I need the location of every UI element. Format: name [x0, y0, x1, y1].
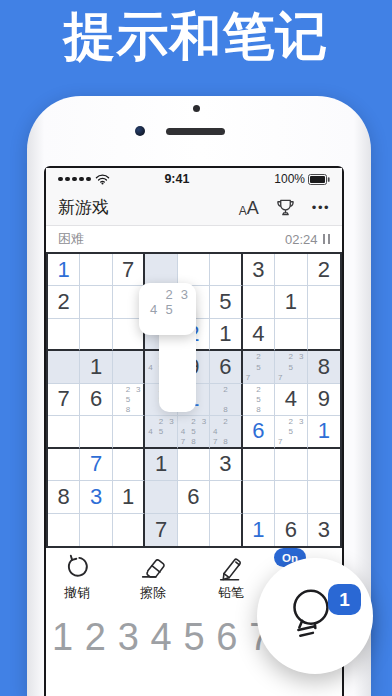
timer: 02:24	[285, 232, 318, 247]
cell-r8c3[interactable]: 1	[113, 481, 145, 513]
cell-r4c6[interactable]: 6	[210, 351, 242, 383]
undo-button[interactable]: 撤销	[46, 554, 108, 602]
battery-percent: 100%	[274, 172, 305, 186]
cell-r1c5[interactable]	[178, 254, 210, 286]
cell-r3c7[interactable]: 4	[243, 319, 275, 351]
pencil-notes: 2357	[275, 351, 306, 382]
cell-r8c5[interactable]: 6	[178, 481, 210, 513]
erase-button[interactable]: 擦除	[122, 554, 184, 602]
pause-icon[interactable]	[323, 234, 331, 244]
cell-r6c5[interactable]: 234578	[178, 416, 210, 448]
numpad-4[interactable]: 4	[145, 616, 178, 659]
cell-r8c6[interactable]	[210, 481, 242, 513]
cell-r6c3[interactable]	[113, 416, 145, 448]
cell-r9c1[interactable]	[48, 514, 80, 546]
cell-r9c9[interactable]: 3	[308, 514, 340, 546]
cell-r7c8[interactable]	[275, 449, 307, 481]
cell-r8c4[interactable]	[145, 481, 177, 513]
status-bar: 9:41 100%	[46, 168, 342, 190]
cell-r5c9[interactable]: 9	[308, 384, 340, 416]
hint-button[interactable]: 1	[257, 558, 373, 674]
cell-r6c2[interactable]	[80, 416, 112, 448]
cell-r2c6[interactable]: 5	[210, 286, 242, 318]
cell-r5c1[interactable]: 7	[48, 384, 80, 416]
cell-r4c9[interactable]: 8	[308, 351, 340, 383]
eraser-icon	[138, 554, 168, 581]
cell-r9c8[interactable]: 6	[275, 514, 307, 546]
difficulty-label: 困难	[58, 230, 84, 248]
numpad-5[interactable]: 5	[178, 616, 211, 659]
pencil-notes: 2358	[113, 384, 143, 415]
pencil-notes: 257	[243, 351, 274, 382]
cell-r2c8[interactable]: 1	[275, 286, 307, 318]
cell-r4c3[interactable]	[113, 351, 145, 383]
cell-r9c5[interactable]	[178, 514, 210, 546]
battery-icon	[308, 174, 330, 185]
cell-r6c9[interactable]: 1	[308, 416, 340, 448]
status-time: 9:41	[80, 172, 275, 186]
more-icon[interactable]: •••	[312, 200, 330, 215]
pencil-notes: 2357	[275, 416, 306, 446]
cell-r8c2[interactable]: 3	[80, 481, 112, 513]
cell-r1c4[interactable]	[145, 254, 177, 286]
numpad-2[interactable]: 2	[79, 616, 112, 659]
cell-r6c4[interactable]: 2345	[145, 416, 177, 448]
cell-r9c7[interactable]: 1	[243, 514, 275, 546]
cell-r7c7[interactable]	[243, 449, 275, 481]
cell-r5c6[interactable]: 28	[210, 384, 242, 416]
cell-r1c3[interactable]: 7	[113, 254, 145, 286]
cell-r9c4[interactable]: 7	[145, 514, 177, 546]
cell-r5c2[interactable]: 6	[80, 384, 112, 416]
cell-r3c6[interactable]: 1	[210, 319, 242, 351]
trophy-icon[interactable]	[274, 197, 297, 218]
cell-r4c2[interactable]: 1	[80, 351, 112, 383]
cell-r7c2[interactable]: 7	[80, 449, 112, 481]
front-camera	[135, 126, 145, 136]
cell-r1c9[interactable]: 2	[308, 254, 340, 286]
cell-r3c8[interactable]	[275, 319, 307, 351]
cell-r9c3[interactable]	[113, 514, 145, 546]
cell-r6c6[interactable]: 2478	[210, 416, 242, 448]
app-store-screenshot: 提示和笔记 9:41 100%	[0, 0, 392, 696]
cell-r6c1[interactable]	[48, 416, 80, 448]
pencil-notes: 2478	[210, 416, 240, 446]
cell-r7c1[interactable]	[48, 449, 80, 481]
font-size-icon[interactable]: AA	[239, 199, 259, 217]
cell-r7c4[interactable]: 1	[145, 449, 177, 481]
hint-count-badge: 1	[328, 584, 361, 615]
cell-r7c3[interactable]	[113, 449, 145, 481]
undo-icon	[64, 554, 91, 581]
cell-r9c6[interactable]	[210, 514, 242, 546]
erase-label: 擦除	[140, 584, 166, 602]
cell-r8c7[interactable]	[243, 481, 275, 513]
cell-r1c8[interactable]	[275, 254, 307, 286]
cell-r8c9[interactable]	[308, 481, 340, 513]
cell-r7c5[interactable]	[178, 449, 210, 481]
cell-r4c8[interactable]: 2357	[275, 351, 307, 383]
cell-r3c1[interactable]	[48, 319, 80, 351]
cell-r2c7[interactable]	[243, 286, 275, 318]
cell-r1c2[interactable]	[80, 254, 112, 286]
cell-r3c2[interactable]	[80, 319, 112, 351]
cell-r5c8[interactable]: 4	[275, 384, 307, 416]
numpad-1[interactable]: 1	[46, 616, 79, 659]
cell-r8c8[interactable]	[275, 481, 307, 513]
cell-r4c7[interactable]: 257	[243, 351, 275, 383]
page-title: 提示和笔记	[0, 2, 392, 72]
cell-r2c9[interactable]	[308, 286, 340, 318]
sub-header: 困难 02:24	[46, 226, 342, 252]
cell-r5c7[interactable]: 258	[243, 384, 275, 416]
pencil-button[interactable]: 铅笔	[200, 554, 262, 602]
cell-r2c2[interactable]	[80, 286, 112, 318]
cell-r9c2[interactable]	[80, 514, 112, 546]
pencil-notes: 2345	[145, 416, 176, 446]
sensor-dot	[193, 105, 200, 112]
numpad-6[interactable]: 6	[210, 616, 243, 659]
pencil-notes: 28	[210, 384, 240, 415]
cell-r8c1[interactable]: 8	[48, 481, 80, 513]
magnifier-notes: 2345	[146, 287, 192, 331]
cell-r7c6[interactable]: 3	[210, 449, 242, 481]
cell-r5c3[interactable]: 2358	[113, 384, 145, 416]
cell-r6c7[interactable]: 6	[243, 416, 275, 448]
cell-r6c8[interactable]: 2357	[275, 416, 307, 448]
cell-r2c1[interactable]: 2	[48, 286, 80, 318]
undo-label: 撤销	[64, 584, 90, 602]
cell-r1c6[interactable]	[210, 254, 242, 286]
pencil-notes: 234578	[178, 416, 209, 446]
nav-bar: 新游戏 AA •••	[46, 190, 342, 226]
cell-r3c9[interactable]	[308, 319, 340, 351]
earpiece-speaker	[166, 128, 225, 135]
numpad-3[interactable]: 3	[112, 616, 145, 659]
new-game-button[interactable]: 新游戏	[58, 196, 109, 219]
cell-r1c7[interactable]: 3	[243, 254, 275, 286]
pencil-label: 铅笔	[218, 584, 244, 602]
cell-r4c1[interactable]	[48, 351, 80, 383]
cell-r1c1[interactable]: 1	[48, 254, 80, 286]
pencil-icon	[216, 554, 246, 581]
cell-r7c9[interactable]	[308, 449, 340, 481]
pencil-notes: 258	[243, 384, 274, 415]
